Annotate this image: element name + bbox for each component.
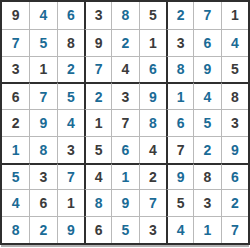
sudoku-cell-r5c9[interactable]: 3: [221, 109, 248, 136]
sudoku-cell-r9c1[interactable]: 8: [2, 216, 29, 243]
sudoku-cell-r9c5[interactable]: 5: [111, 216, 138, 243]
sudoku-cell-r2c5[interactable]: 2: [111, 29, 138, 56]
sudoku-cell-r5c6[interactable]: 8: [139, 109, 166, 136]
sudoku-cell-r2c6[interactable]: 1: [139, 29, 166, 56]
sudoku-cell-r6c9[interactable]: 9: [221, 136, 248, 163]
sudoku-cell-r1c8[interactable]: 7: [193, 2, 220, 29]
sudoku-cell-r9c3[interactable]: 9: [57, 216, 84, 243]
sudoku-cell-r4c9[interactable]: 8: [221, 82, 248, 109]
sudoku-cell-r6c8[interactable]: 2: [193, 136, 220, 163]
sudoku-cell-r8c7[interactable]: 5: [166, 189, 193, 216]
sudoku-cell-r5c5[interactable]: 7: [111, 109, 138, 136]
sudoku-cell-r7c5[interactable]: 1: [111, 163, 138, 190]
sudoku-cell-r3c5[interactable]: 4: [111, 56, 138, 83]
sudoku-cell-r6c3[interactable]: 3: [57, 136, 84, 163]
sudoku-cell-r5c2[interactable]: 9: [29, 109, 56, 136]
sudoku-cell-r9c4[interactable]: 6: [84, 216, 111, 243]
sudoku-cell-r2c7[interactable]: 3: [166, 29, 193, 56]
sudoku-cell-r8c8[interactable]: 3: [193, 189, 220, 216]
sudoku-cell-r5c4[interactable]: 1: [84, 109, 111, 136]
sudoku-cell-r2c2[interactable]: 5: [29, 29, 56, 56]
sudoku-cell-r1c3[interactable]: 6: [57, 2, 84, 29]
sudoku-cell-r2c8[interactable]: 6: [193, 29, 220, 56]
sudoku-cell-r4c2[interactable]: 7: [29, 82, 56, 109]
sudoku-cell-r9c8[interactable]: 1: [193, 216, 220, 243]
sudoku-cell-r5c3[interactable]: 4: [57, 109, 84, 136]
sudoku-cell-r3c4[interactable]: 7: [84, 56, 111, 83]
sudoku-cell-r3c2[interactable]: 1: [29, 56, 56, 83]
sudoku-cell-r7c7[interactable]: 9: [166, 163, 193, 190]
sudoku-cell-r8c5[interactable]: 9: [111, 189, 138, 216]
sudoku-cell-r1c5[interactable]: 8: [111, 2, 138, 29]
sudoku-cell-r1c1[interactable]: 9: [2, 2, 29, 29]
sudoku-cell-r1c2[interactable]: 4: [29, 2, 56, 29]
sudoku-cell-r3c7[interactable]: 8: [166, 56, 193, 83]
sudoku-cell-r7c4[interactable]: 4: [84, 163, 111, 190]
sudoku-cell-r2c3[interactable]: 8: [57, 29, 84, 56]
sudoku-cell-r3c1[interactable]: 3: [2, 56, 29, 83]
sudoku-cell-r8c2[interactable]: 6: [29, 189, 56, 216]
sudoku-cell-r6c5[interactable]: 6: [111, 136, 138, 163]
sudoku-cell-r3c3[interactable]: 2: [57, 56, 84, 83]
sudoku-cell-r2c1[interactable]: 7: [2, 29, 29, 56]
sudoku-cell-r4c5[interactable]: 3: [111, 82, 138, 109]
sudoku-cell-r9c9[interactable]: 7: [221, 216, 248, 243]
sudoku-board: 9463852717589213643127468956752391482941…: [0, 0, 250, 245]
sudoku-cell-r8c9[interactable]: 2: [221, 189, 248, 216]
sudoku-cell-r6c4[interactable]: 5: [84, 136, 111, 163]
sudoku-cell-r9c2[interactable]: 2: [29, 216, 56, 243]
sudoku-cell-r7c6[interactable]: 2: [139, 163, 166, 190]
sudoku-cell-r1c6[interactable]: 5: [139, 2, 166, 29]
sudoku-cell-r8c6[interactable]: 7: [139, 189, 166, 216]
sudoku-cell-r2c9[interactable]: 4: [221, 29, 248, 56]
sudoku-cell-r3c6[interactable]: 6: [139, 56, 166, 83]
sudoku-cell-r6c2[interactable]: 8: [29, 136, 56, 163]
sudoku-cell-r4c3[interactable]: 5: [57, 82, 84, 109]
sudoku-cell-r7c8[interactable]: 8: [193, 163, 220, 190]
sudoku-cell-r3c9[interactable]: 5: [221, 56, 248, 83]
sudoku-cell-r7c3[interactable]: 7: [57, 163, 84, 190]
sudoku-cell-r4c7[interactable]: 1: [166, 82, 193, 109]
sudoku-cell-r6c6[interactable]: 4: [139, 136, 166, 163]
sudoku-cell-r5c1[interactable]: 2: [2, 109, 29, 136]
sudoku-cell-r1c4[interactable]: 3: [84, 2, 111, 29]
sudoku-cell-r4c1[interactable]: 6: [2, 82, 29, 109]
sudoku-cell-r1c7[interactable]: 2: [166, 2, 193, 29]
sudoku-cell-r5c8[interactable]: 5: [193, 109, 220, 136]
sudoku-cell-r6c7[interactable]: 7: [166, 136, 193, 163]
sudoku-cell-r6c1[interactable]: 1: [2, 136, 29, 163]
sudoku-cell-r7c2[interactable]: 3: [29, 163, 56, 190]
sudoku-cell-r3c8[interactable]: 9: [193, 56, 220, 83]
sudoku-cell-r8c3[interactable]: 1: [57, 189, 84, 216]
sudoku-cell-r4c8[interactable]: 4: [193, 82, 220, 109]
sudoku-cell-r9c7[interactable]: 4: [166, 216, 193, 243]
sudoku-cell-r7c1[interactable]: 5: [2, 163, 29, 190]
sudoku-cell-r4c6[interactable]: 9: [139, 82, 166, 109]
sudoku-cell-r4c4[interactable]: 2: [84, 82, 111, 109]
sudoku-cell-r8c1[interactable]: 4: [2, 189, 29, 216]
sudoku-cell-r9c6[interactable]: 3: [139, 216, 166, 243]
sudoku-cell-r8c4[interactable]: 8: [84, 189, 111, 216]
sudoku-cell-r2c4[interactable]: 9: [84, 29, 111, 56]
sudoku-cell-r1c9[interactable]: 1: [221, 2, 248, 29]
sudoku-cell-r7c9[interactable]: 6: [221, 163, 248, 190]
sudoku-cell-r5c7[interactable]: 6: [166, 109, 193, 136]
